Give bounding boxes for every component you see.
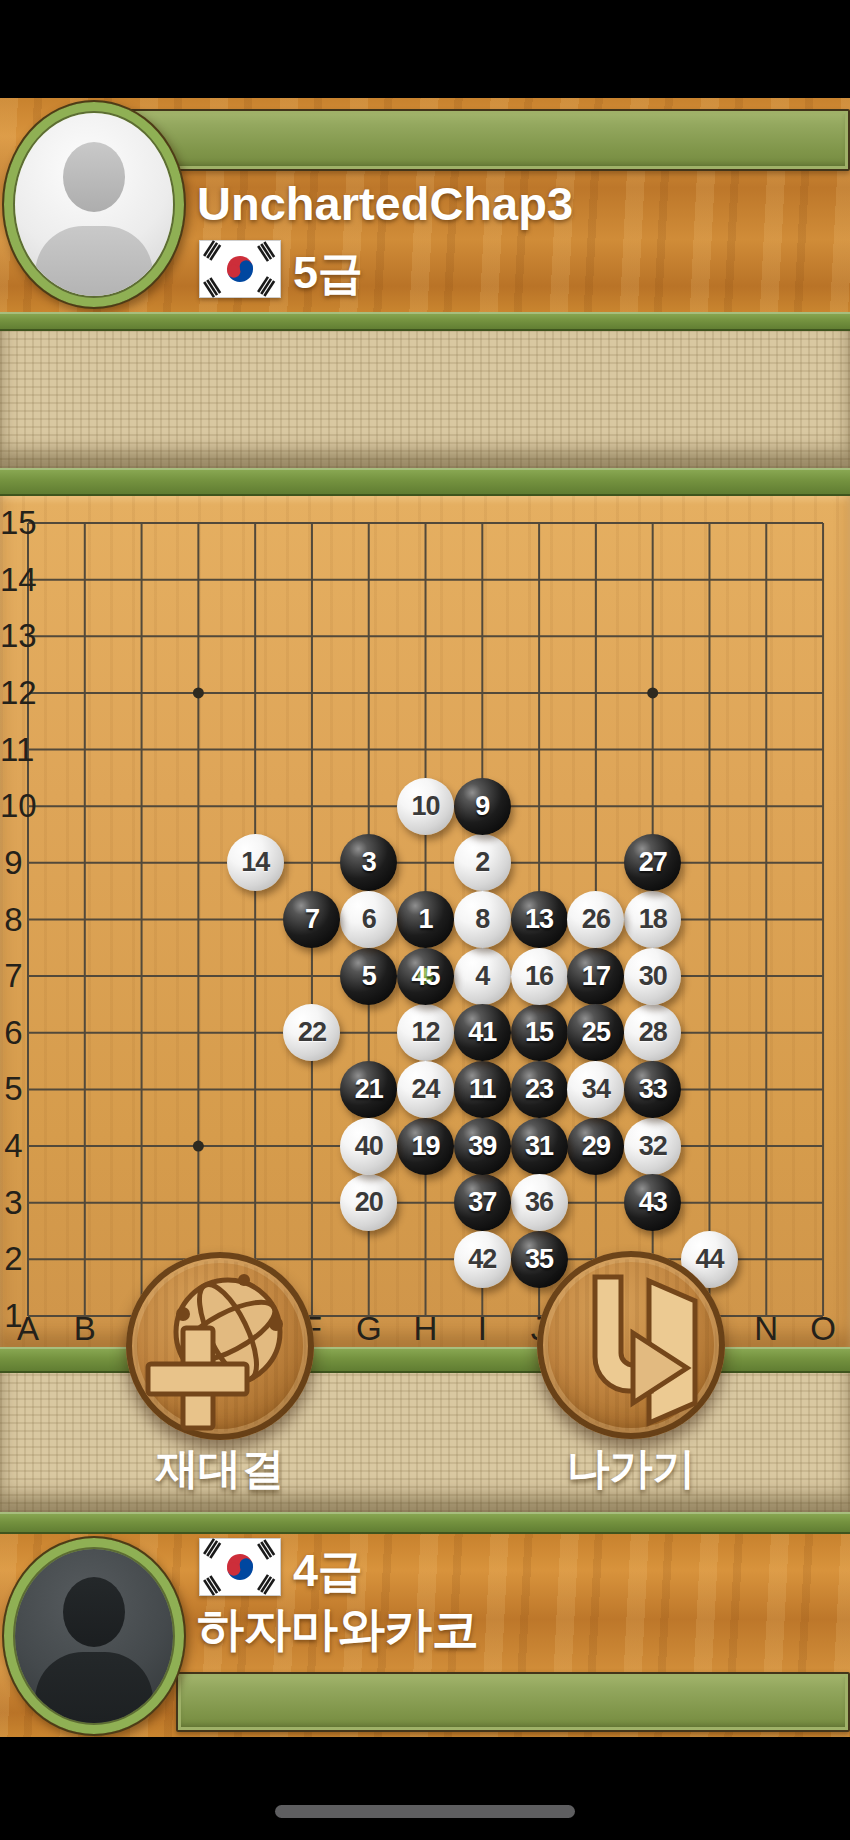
- stone-33-L5: 33: [624, 1061, 681, 1118]
- row-label: 2: [0, 1239, 27, 1279]
- stone-6-G8: 6: [340, 891, 397, 948]
- door-arrow-icon: [537, 1251, 725, 1439]
- stone-32-L4: 32: [624, 1118, 681, 1175]
- column-label: A: [6, 1312, 50, 1346]
- row-label: 13: [0, 616, 27, 656]
- column-label: I: [460, 1312, 504, 1346]
- stone-21-G5: 21: [340, 1061, 397, 1118]
- divider-strip: [0, 312, 850, 331]
- stone-4-I7: 4: [454, 948, 511, 1005]
- stone-8-I8: 8: [454, 891, 511, 948]
- row-label: 14: [0, 560, 27, 600]
- stone-42-I2: 42: [454, 1231, 511, 1288]
- stone-16-J7: 16: [511, 948, 568, 1005]
- home-indicator[interactable]: [275, 1805, 575, 1818]
- bottom-player-avatar: [2, 1536, 186, 1736]
- exit-button[interactable]: [537, 1251, 725, 1439]
- stone-11-I5: 11: [454, 1061, 511, 1118]
- message-band: [0, 331, 850, 468]
- top-player-avatar: [2, 100, 186, 309]
- divider-strip: [0, 1512, 850, 1534]
- person-icon: [15, 113, 173, 296]
- column-label: H: [404, 1312, 448, 1346]
- stone-13-J8: 13: [511, 891, 568, 948]
- row-label: 12: [0, 673, 27, 713]
- bottom-player-name: 하자마와카코: [197, 1598, 479, 1661]
- stone-18-L8: 18: [624, 891, 681, 948]
- row-label: 7: [0, 956, 27, 996]
- stone-40-G4: 40: [340, 1118, 397, 1175]
- stone-9-I10: 9: [454, 778, 511, 835]
- stone-19-H4: 19: [397, 1118, 454, 1175]
- top-player-name: UnchartedChap3: [197, 176, 573, 231]
- column-label: G: [347, 1312, 391, 1346]
- top-player-banner: [112, 109, 850, 171]
- stone-26-K8: 26: [567, 891, 624, 948]
- stone-5-G7: 5: [340, 948, 397, 1005]
- stone-14-E9: 14: [227, 834, 284, 891]
- stone-2-I9: 2: [454, 834, 511, 891]
- column-label: O: [801, 1312, 845, 1346]
- stone-37-I3: 37: [454, 1174, 511, 1231]
- row-label: 10: [0, 786, 27, 826]
- row-label: 11: [0, 730, 27, 770]
- rematch-button-label[interactable]: 재대결: [100, 1440, 340, 1498]
- column-label: B: [63, 1312, 107, 1346]
- stone-30-L7: 30: [624, 948, 681, 1005]
- stone-31-J4: 31: [511, 1118, 568, 1175]
- stone-41-I6: 41: [454, 1004, 511, 1061]
- stone-36-J3: 36: [511, 1174, 568, 1231]
- rematch-button[interactable]: [126, 1252, 314, 1440]
- row-label: 9: [0, 843, 27, 883]
- row-label: 5: [0, 1069, 27, 1109]
- app-screen: UnchartedChap3 5급 151413121110987654321A…: [0, 0, 850, 1840]
- column-label: N: [744, 1312, 788, 1346]
- bottom-player-banner: [176, 1672, 850, 1732]
- bottom-player-rank: 4급: [293, 1541, 363, 1601]
- stone-45-H7: 45: [397, 948, 454, 1005]
- row-label: 3: [0, 1183, 27, 1223]
- stone-12-H6: 12: [397, 1004, 454, 1061]
- stone-29-K4: 29: [567, 1118, 624, 1175]
- status-bar: [0, 0, 850, 98]
- south-korea-flag-icon: [199, 1538, 281, 1596]
- stone-43-L3: 43: [624, 1174, 681, 1231]
- row-label: 4: [0, 1126, 27, 1166]
- stone-17-K7: 17: [567, 948, 624, 1005]
- row-label: 6: [0, 1013, 27, 1053]
- globe-plus-icon: [126, 1252, 314, 1440]
- stone-34-K5: 34: [567, 1061, 624, 1118]
- south-korea-flag-icon: [199, 240, 281, 298]
- stone-24-H5: 24: [397, 1061, 454, 1118]
- exit-button-label[interactable]: 나가기: [511, 1440, 751, 1498]
- stone-39-I4: 39: [454, 1118, 511, 1175]
- person-icon: [15, 1549, 173, 1723]
- stone-1-H8: 1: [397, 891, 454, 948]
- top-player-rank: 5급: [293, 243, 363, 303]
- bottom-bar: [0, 1737, 850, 1840]
- row-label: 8: [0, 900, 27, 940]
- stone-10-H10: 10: [397, 778, 454, 835]
- omok-board[interactable]: 151413121110987654321ABCDEFGHIJKLMNO 123…: [0, 496, 850, 1347]
- divider-strip: [0, 468, 850, 496]
- stone-15-J6: 15: [511, 1004, 568, 1061]
- row-label: 15: [0, 503, 27, 543]
- stone-23-J5: 23: [511, 1061, 568, 1118]
